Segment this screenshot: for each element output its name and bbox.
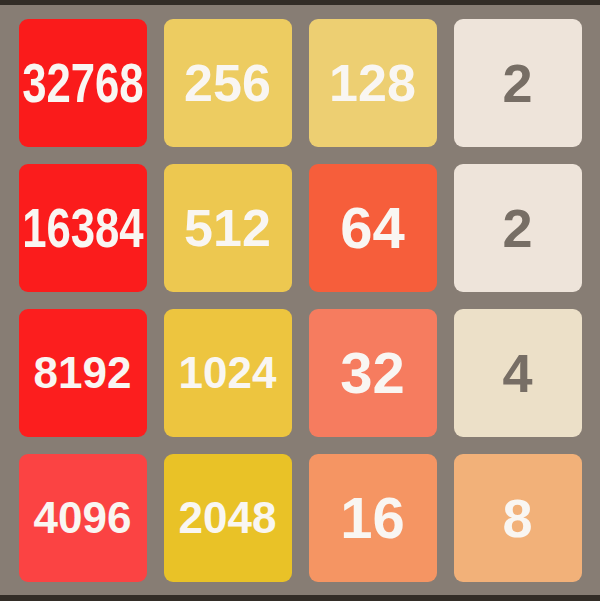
tile-value: 16 bbox=[340, 489, 405, 547]
game-board[interactable]: 32768 256 128 2 16384 512 64 2 8192 1024… bbox=[0, 5, 600, 595]
tile-r3c3: 32 bbox=[309, 309, 437, 437]
tile-value: 4 bbox=[502, 346, 532, 400]
tile-value: 256 bbox=[184, 57, 271, 109]
tile-value: 16384 bbox=[22, 200, 143, 256]
tile-r2c2: 512 bbox=[164, 164, 292, 292]
tile-r1c2: 256 bbox=[164, 19, 292, 147]
tile-r4c2: 2048 bbox=[164, 454, 292, 582]
tile-value: 512 bbox=[184, 202, 271, 254]
tile-r1c3: 128 bbox=[309, 19, 437, 147]
tile-value: 8192 bbox=[34, 351, 132, 395]
tile-value: 32768 bbox=[22, 55, 143, 111]
tile-r2c3: 64 bbox=[309, 164, 437, 292]
tile-value: 2 bbox=[502, 56, 532, 110]
tile-value: 1024 bbox=[179, 351, 277, 395]
tile-r2c4: 2 bbox=[454, 164, 582, 292]
tile-r4c1: 4096 bbox=[19, 454, 147, 582]
tile-value: 2 bbox=[502, 201, 532, 255]
tile-value: 8 bbox=[502, 491, 532, 545]
tile-r4c4: 8 bbox=[454, 454, 582, 582]
tile-value: 4096 bbox=[34, 496, 132, 540]
tile-r3c2: 1024 bbox=[164, 309, 292, 437]
tile-value: 32 bbox=[340, 344, 405, 402]
tile-r4c3: 16 bbox=[309, 454, 437, 582]
tile-value: 128 bbox=[329, 57, 416, 109]
tile-r3c1: 8192 bbox=[19, 309, 147, 437]
tile-r1c1: 32768 bbox=[19, 19, 147, 147]
tile-value: 64 bbox=[340, 199, 405, 257]
tile-value: 2048 bbox=[179, 496, 277, 540]
tile-r2c1: 16384 bbox=[19, 164, 147, 292]
tile-r1c4: 2 bbox=[454, 19, 582, 147]
screen-bottom-edge bbox=[0, 595, 600, 601]
app-frame: 32768 256 128 2 16384 512 64 2 8192 1024… bbox=[0, 0, 600, 601]
tile-r3c4: 4 bbox=[454, 309, 582, 437]
